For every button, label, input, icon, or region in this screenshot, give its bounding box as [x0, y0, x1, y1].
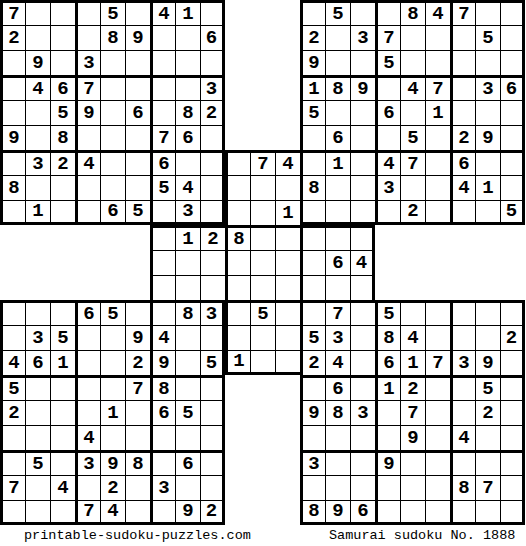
cell-given[interactable]: 3 — [450, 350, 475, 375]
cell-empty[interactable] — [175, 350, 200, 375]
cell-empty[interactable] — [250, 225, 275, 250]
cell-empty[interactable] — [25, 475, 50, 500]
cell-empty[interactable] — [425, 375, 450, 400]
cell-empty[interactable] — [350, 325, 375, 350]
cell-given[interactable]: 5 — [375, 50, 400, 75]
cell-empty[interactable] — [450, 325, 475, 350]
cell-empty[interactable] — [200, 475, 225, 500]
cell-empty[interactable] — [425, 300, 450, 325]
cell-given[interactable]: 2 — [500, 325, 525, 350]
cell-empty[interactable] — [75, 400, 100, 425]
cell-empty[interactable] — [425, 50, 450, 75]
cell-given[interactable]: 3 — [475, 75, 500, 100]
cell-empty[interactable] — [500, 300, 525, 325]
cell-given[interactable]: 4 — [75, 150, 100, 175]
cell-given[interactable]: 8 — [0, 175, 25, 200]
cell-empty[interactable] — [100, 325, 125, 350]
cell-given[interactable]: 1 — [275, 200, 300, 225]
cell-empty[interactable] — [200, 400, 225, 425]
cell-empty[interactable] — [450, 500, 475, 525]
cell-empty[interactable] — [175, 250, 200, 275]
cell-empty[interactable] — [150, 50, 175, 75]
cell-given[interactable]: 3 — [350, 400, 375, 425]
cell-given[interactable]: 3 — [200, 75, 225, 100]
cell-given[interactable]: 5 — [500, 200, 525, 225]
cell-given[interactable]: 6 — [325, 250, 350, 275]
cell-empty[interactable] — [25, 100, 50, 125]
cell-empty[interactable] — [350, 375, 375, 400]
cell-given[interactable]: 2 — [475, 400, 500, 425]
cell-empty[interactable] — [225, 150, 250, 175]
cell-empty[interactable] — [25, 25, 50, 50]
cell-given[interactable]: 6 — [125, 100, 150, 125]
cell-empty[interactable] — [50, 425, 75, 450]
cell-given[interactable]: 3 — [350, 25, 375, 50]
cell-empty[interactable] — [500, 500, 525, 525]
cell-given[interactable]: 9 — [375, 450, 400, 475]
cell-empty[interactable] — [350, 200, 375, 225]
cell-empty[interactable] — [200, 450, 225, 475]
cell-empty[interactable] — [25, 125, 50, 150]
cell-empty[interactable] — [0, 300, 25, 325]
cell-empty[interactable] — [250, 350, 275, 375]
cell-given[interactable]: 9 — [125, 325, 150, 350]
cell-empty[interactable] — [150, 200, 175, 225]
cell-given[interactable]: 5 — [300, 100, 325, 125]
cell-empty[interactable] — [275, 325, 300, 350]
cell-empty[interactable] — [300, 275, 325, 300]
cell-empty[interactable] — [475, 450, 500, 475]
cell-empty[interactable] — [150, 225, 175, 250]
cell-given[interactable]: 5 — [100, 300, 125, 325]
cell-given[interactable]: 3 — [175, 200, 200, 225]
cell-empty[interactable] — [200, 150, 225, 175]
cell-given[interactable]: 3 — [375, 175, 400, 200]
cell-given[interactable]: 7 — [0, 0, 25, 25]
cell-given[interactable]: 8 — [125, 450, 150, 475]
cell-given[interactable]: 3 — [25, 325, 50, 350]
cell-given[interactable]: 5 — [175, 400, 200, 425]
cell-given[interactable]: 8 — [225, 225, 250, 250]
cell-given[interactable]: 7 — [250, 150, 275, 175]
cell-empty[interactable] — [475, 100, 500, 125]
cell-given[interactable]: 9 — [300, 400, 325, 425]
cell-given[interactable]: 1 — [300, 75, 325, 100]
cell-given[interactable]: 6 — [75, 300, 100, 325]
cell-given[interactable]: 8 — [300, 500, 325, 525]
cell-empty[interactable] — [375, 475, 400, 500]
cell-empty[interactable] — [425, 200, 450, 225]
cell-empty[interactable] — [100, 100, 125, 125]
cell-empty[interactable] — [500, 475, 525, 500]
cell-empty[interactable] — [50, 25, 75, 50]
cell-empty[interactable] — [75, 200, 100, 225]
cell-given[interactable]: 8 — [375, 325, 400, 350]
cell-empty[interactable] — [400, 500, 425, 525]
cell-empty[interactable] — [125, 0, 150, 25]
cell-empty[interactable] — [450, 200, 475, 225]
cell-empty[interactable] — [325, 425, 350, 450]
cell-given[interactable]: 6 — [450, 150, 475, 175]
cell-given[interactable]: 9 — [0, 125, 25, 150]
cell-empty[interactable] — [425, 450, 450, 475]
cell-given[interactable]: 9 — [400, 425, 425, 450]
cell-given[interactable]: 4 — [325, 350, 350, 375]
cell-empty[interactable] — [475, 150, 500, 175]
cell-given[interactable]: 7 — [325, 300, 350, 325]
cell-empty[interactable] — [500, 400, 525, 425]
cell-given[interactable]: 4 — [275, 150, 300, 175]
cell-empty[interactable] — [350, 350, 375, 375]
cell-given[interactable]: 4 — [0, 350, 25, 375]
cell-given[interactable]: 6 — [200, 25, 225, 50]
cell-given[interactable]: 6 — [325, 125, 350, 150]
cell-given[interactable]: 3 — [75, 50, 100, 75]
cell-empty[interactable] — [100, 350, 125, 375]
cell-given[interactable]: 1 — [50, 350, 75, 375]
cell-empty[interactable] — [100, 425, 125, 450]
cell-empty[interactable] — [0, 450, 25, 475]
cell-given[interactable]: 5 — [125, 200, 150, 225]
cell-given[interactable]: 6 — [325, 375, 350, 400]
cell-empty[interactable] — [450, 50, 475, 75]
cell-empty[interactable] — [100, 375, 125, 400]
cell-given[interactable]: 7 — [0, 475, 25, 500]
cell-empty[interactable] — [225, 300, 250, 325]
cell-empty[interactable] — [50, 400, 75, 425]
cell-empty[interactable] — [300, 425, 325, 450]
cell-given[interactable]: 7 — [75, 75, 100, 100]
cell-given[interactable]: 3 — [325, 325, 350, 350]
cell-empty[interactable] — [325, 275, 350, 300]
cell-empty[interactable] — [50, 200, 75, 225]
cell-empty[interactable] — [350, 0, 375, 25]
cell-given[interactable]: 7 — [150, 125, 175, 150]
cell-given[interactable]: 4 — [50, 475, 75, 500]
cell-empty[interactable] — [100, 125, 125, 150]
cell-empty[interactable] — [350, 275, 375, 300]
cell-given[interactable]: 2 — [0, 25, 25, 50]
cell-given[interactable]: 7 — [375, 25, 400, 50]
cell-empty[interactable] — [75, 375, 100, 400]
cell-empty[interactable] — [275, 275, 300, 300]
cell-empty[interactable] — [250, 325, 275, 350]
cell-empty[interactable] — [300, 375, 325, 400]
cell-empty[interactable] — [375, 400, 400, 425]
cell-empty[interactable] — [450, 375, 475, 400]
cell-given[interactable]: 6 — [175, 450, 200, 475]
cell-empty[interactable] — [125, 400, 150, 425]
cell-empty[interactable] — [375, 500, 400, 525]
cell-given[interactable]: 4 — [25, 75, 50, 100]
cell-given[interactable]: 9 — [125, 25, 150, 50]
cell-given[interactable]: 4 — [375, 150, 400, 175]
cell-given[interactable]: 4 — [175, 175, 200, 200]
cell-empty[interactable] — [50, 175, 75, 200]
cell-empty[interactable] — [500, 100, 525, 125]
cell-given[interactable]: 4 — [350, 250, 375, 275]
cell-empty[interactable] — [50, 375, 75, 400]
cell-empty[interactable] — [175, 425, 200, 450]
cell-given[interactable]: 9 — [475, 125, 500, 150]
cell-given[interactable]: 5 — [200, 350, 225, 375]
cell-empty[interactable] — [500, 50, 525, 75]
cell-given[interactable]: 7 — [400, 150, 425, 175]
cell-given[interactable]: 6 — [375, 350, 400, 375]
cell-empty[interactable] — [400, 175, 425, 200]
cell-empty[interactable] — [475, 425, 500, 450]
cell-empty[interactable] — [0, 500, 25, 525]
cell-given[interactable]: 8 — [175, 100, 200, 125]
cell-given[interactable]: 7 — [450, 0, 475, 25]
cell-empty[interactable] — [0, 100, 25, 125]
cell-empty[interactable] — [175, 25, 200, 50]
cell-empty[interactable] — [125, 150, 150, 175]
cell-empty[interactable] — [75, 350, 100, 375]
cell-empty[interactable] — [275, 250, 300, 275]
cell-given[interactable]: 4 — [400, 325, 425, 350]
cell-given[interactable]: 1 — [325, 150, 350, 175]
cell-empty[interactable] — [125, 475, 150, 500]
cell-empty[interactable] — [350, 100, 375, 125]
cell-empty[interactable] — [275, 350, 300, 375]
cell-empty[interactable] — [350, 300, 375, 325]
cell-given[interactable]: 9 — [150, 350, 175, 375]
cell-empty[interactable] — [25, 300, 50, 325]
cell-empty[interactable] — [275, 225, 300, 250]
cell-empty[interactable] — [125, 500, 150, 525]
cell-empty[interactable] — [200, 125, 225, 150]
cell-given[interactable]: 6 — [150, 150, 175, 175]
cell-given[interactable]: 5 — [300, 325, 325, 350]
cell-empty[interactable] — [350, 50, 375, 75]
cell-empty[interactable] — [200, 275, 225, 300]
cell-given[interactable]: 8 — [400, 0, 425, 25]
cell-given[interactable]: 2 — [450, 125, 475, 150]
cell-empty[interactable] — [225, 175, 250, 200]
cell-given[interactable]: 5 — [325, 0, 350, 25]
cell-empty[interactable] — [200, 250, 225, 275]
cell-empty[interactable] — [200, 50, 225, 75]
cell-given[interactable]: 9 — [100, 450, 125, 475]
cell-given[interactable]: 1 — [175, 0, 200, 25]
cell-given[interactable]: 2 — [400, 375, 425, 400]
cell-empty[interactable] — [450, 75, 475, 100]
cell-empty[interactable] — [225, 200, 250, 225]
cell-empty[interactable] — [325, 175, 350, 200]
cell-empty[interactable] — [475, 325, 500, 350]
cell-given[interactable]: 5 — [0, 375, 25, 400]
cell-given[interactable]: 8 — [450, 475, 475, 500]
cell-given[interactable]: 3 — [25, 150, 50, 175]
cell-given[interactable]: 7 — [400, 400, 425, 425]
cell-empty[interactable] — [350, 150, 375, 175]
cell-empty[interactable] — [75, 475, 100, 500]
cell-given[interactable]: 9 — [475, 350, 500, 375]
cell-empty[interactable] — [375, 75, 400, 100]
cell-empty[interactable] — [275, 175, 300, 200]
cell-given[interactable]: 2 — [300, 25, 325, 50]
cell-empty[interactable] — [425, 475, 450, 500]
cell-empty[interactable] — [350, 175, 375, 200]
cell-empty[interactable] — [175, 50, 200, 75]
cell-given[interactable]: 8 — [175, 300, 200, 325]
cell-empty[interactable] — [475, 0, 500, 25]
cell-empty[interactable] — [425, 175, 450, 200]
cell-empty[interactable] — [350, 125, 375, 150]
cell-empty[interactable] — [425, 325, 450, 350]
cell-given[interactable]: 2 — [300, 350, 325, 375]
cell-given[interactable]: 1 — [375, 375, 400, 400]
cell-empty[interactable] — [175, 375, 200, 400]
cell-empty[interactable] — [200, 0, 225, 25]
cell-empty[interactable] — [375, 0, 400, 25]
cell-empty[interactable] — [50, 450, 75, 475]
cell-empty[interactable] — [425, 25, 450, 50]
cell-given[interactable]: 5 — [400, 125, 425, 150]
cell-given[interactable]: 6 — [150, 400, 175, 425]
cell-empty[interactable] — [400, 50, 425, 75]
cell-given[interactable]: 6 — [50, 75, 75, 100]
cell-given[interactable]: 4 — [400, 75, 425, 100]
cell-empty[interactable] — [500, 375, 525, 400]
cell-empty[interactable] — [225, 250, 250, 275]
cell-empty[interactable] — [500, 425, 525, 450]
cell-empty[interactable] — [175, 75, 200, 100]
cell-empty[interactable] — [300, 475, 325, 500]
cell-empty[interactable] — [500, 0, 525, 25]
cell-empty[interactable] — [0, 425, 25, 450]
cell-given[interactable]: 3 — [200, 300, 225, 325]
cell-empty[interactable] — [300, 200, 325, 225]
cell-empty[interactable] — [50, 500, 75, 525]
cell-empty[interactable] — [200, 325, 225, 350]
cell-empty[interactable] — [350, 225, 375, 250]
cell-given[interactable]: 5 — [100, 0, 125, 25]
cell-empty[interactable] — [300, 250, 325, 275]
cell-given[interactable]: 2 — [125, 350, 150, 375]
cell-empty[interactable] — [475, 200, 500, 225]
cell-empty[interactable] — [350, 475, 375, 500]
cell-empty[interactable] — [200, 200, 225, 225]
cell-empty[interactable] — [125, 75, 150, 100]
cell-empty[interactable] — [0, 325, 25, 350]
cell-given[interactable]: 1 — [475, 175, 500, 200]
cell-given[interactable]: 9 — [325, 500, 350, 525]
cell-given[interactable]: 3 — [150, 475, 175, 500]
cell-given[interactable]: 9 — [75, 100, 100, 125]
cell-given[interactable]: 9 — [350, 75, 375, 100]
cell-empty[interactable] — [150, 75, 175, 100]
cell-empty[interactable] — [325, 100, 350, 125]
cell-empty[interactable] — [250, 250, 275, 275]
cell-empty[interactable] — [375, 425, 400, 450]
cell-given[interactable]: 5 — [50, 100, 75, 125]
cell-given[interactable]: 9 — [175, 500, 200, 525]
cell-given[interactable]: 7 — [475, 475, 500, 500]
cell-empty[interactable] — [325, 200, 350, 225]
cell-empty[interactable] — [0, 200, 25, 225]
cell-empty[interactable] — [100, 150, 125, 175]
cell-empty[interactable] — [25, 400, 50, 425]
cell-empty[interactable] — [450, 400, 475, 425]
cell-empty[interactable] — [275, 300, 300, 325]
cell-given[interactable]: 2 — [100, 475, 125, 500]
cell-empty[interactable] — [75, 175, 100, 200]
cell-empty[interactable] — [25, 425, 50, 450]
cell-empty[interactable] — [150, 100, 175, 125]
cell-given[interactable]: 1 — [225, 350, 250, 375]
cell-empty[interactable] — [500, 350, 525, 375]
cell-empty[interactable] — [25, 375, 50, 400]
cell-empty[interactable] — [400, 475, 425, 500]
cell-empty[interactable] — [150, 250, 175, 275]
cell-given[interactable]: 4 — [450, 175, 475, 200]
cell-given[interactable]: 4 — [75, 425, 100, 450]
cell-empty[interactable] — [50, 300, 75, 325]
cell-empty[interactable] — [75, 125, 100, 150]
cell-empty[interactable] — [200, 425, 225, 450]
cell-empty[interactable] — [100, 75, 125, 100]
cell-empty[interactable] — [400, 450, 425, 475]
cell-given[interactable]: 7 — [125, 375, 150, 400]
cell-empty[interactable] — [475, 50, 500, 75]
cell-empty[interactable] — [350, 425, 375, 450]
cell-given[interactable]: 2 — [200, 225, 225, 250]
cell-empty[interactable] — [325, 475, 350, 500]
cell-empty[interactable] — [125, 425, 150, 450]
cell-given[interactable]: 5 — [475, 375, 500, 400]
cell-empty[interactable] — [175, 150, 200, 175]
cell-empty[interactable] — [500, 125, 525, 150]
cell-given[interactable]: 4 — [150, 325, 175, 350]
cell-empty[interactable] — [150, 300, 175, 325]
cell-empty[interactable] — [250, 200, 275, 225]
cell-empty[interactable] — [150, 275, 175, 300]
cell-given[interactable]: 6 — [175, 125, 200, 150]
cell-empty[interactable] — [375, 200, 400, 225]
cell-empty[interactable] — [425, 125, 450, 150]
cell-empty[interactable] — [225, 325, 250, 350]
cell-empty[interactable] — [300, 225, 325, 250]
cell-empty[interactable] — [375, 125, 400, 150]
cell-empty[interactable] — [425, 400, 450, 425]
cell-empty[interactable] — [425, 500, 450, 525]
cell-given[interactable]: 6 — [100, 200, 125, 225]
cell-given[interactable]: 2 — [200, 100, 225, 125]
cell-empty[interactable] — [325, 450, 350, 475]
cell-empty[interactable] — [475, 300, 500, 325]
cell-empty[interactable] — [25, 175, 50, 200]
cell-empty[interactable] — [325, 50, 350, 75]
cell-given[interactable]: 2 — [0, 400, 25, 425]
cell-given[interactable]: 4 — [450, 425, 475, 450]
cell-empty[interactable] — [500, 150, 525, 175]
cell-given[interactable]: 1 — [25, 200, 50, 225]
cell-empty[interactable] — [125, 125, 150, 150]
cell-given[interactable]: 2 — [50, 150, 75, 175]
cell-given[interactable]: 5 — [150, 175, 175, 200]
cell-given[interactable]: 2 — [200, 500, 225, 525]
cell-empty[interactable] — [0, 150, 25, 175]
cell-empty[interactable] — [75, 25, 100, 50]
cell-given[interactable]: 8 — [300, 175, 325, 200]
cell-empty[interactable] — [250, 275, 275, 300]
cell-empty[interactable] — [150, 425, 175, 450]
cell-empty[interactable] — [400, 100, 425, 125]
cell-given[interactable]: 7 — [425, 75, 450, 100]
cell-given[interactable]: 3 — [75, 450, 100, 475]
